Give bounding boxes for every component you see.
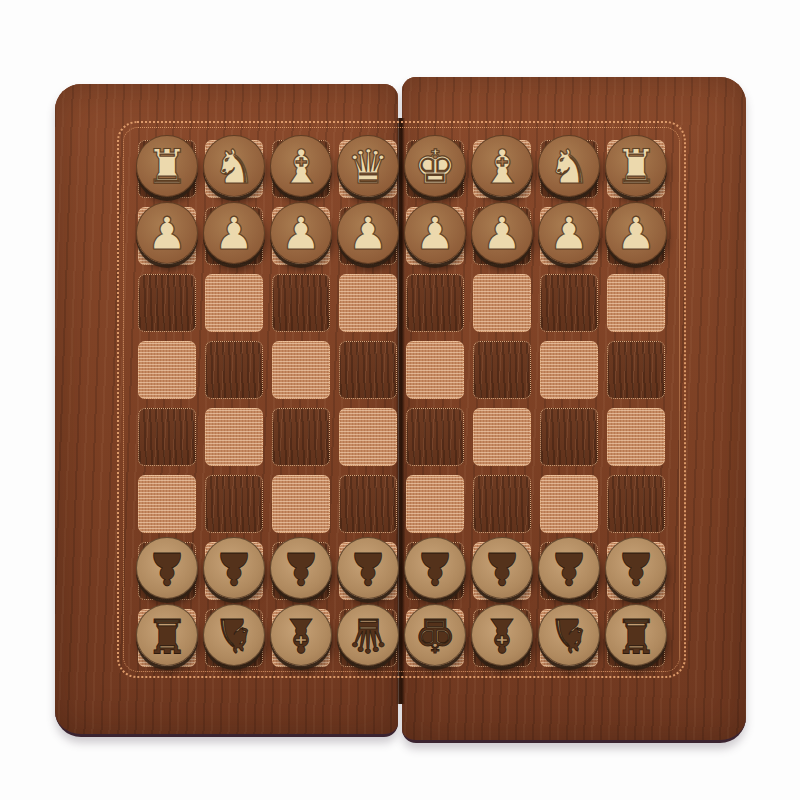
square-d3[interactable] <box>339 274 397 332</box>
black-pawn-disc[interactable]: ♟ <box>404 537 466 599</box>
pawn-icon: ♟ <box>214 210 254 255</box>
square-g6[interactable] <box>540 475 598 533</box>
square-h3[interactable] <box>607 274 665 332</box>
white-pawn-disc[interactable]: ♟ <box>538 202 600 264</box>
knight-icon: ♞ <box>548 142 590 189</box>
square-f1[interactable]: ♝ <box>473 140 531 198</box>
square-d7[interactable]: ♟ <box>339 542 397 600</box>
black-bishop-disc[interactable]: ♝ <box>471 604 533 666</box>
square-f2[interactable]: ♟ <box>473 207 531 265</box>
pawn-icon: ♟ <box>482 210 522 255</box>
square-g7[interactable]: ♟ <box>540 542 598 600</box>
square-h5[interactable] <box>607 408 665 466</box>
square-f6[interactable] <box>473 475 531 533</box>
bishop-icon: ♝ <box>481 142 523 189</box>
pawn-icon: ♟ <box>415 210 455 255</box>
square-d8[interactable]: ♛ <box>339 609 397 667</box>
square-e1[interactable]: ♚ <box>406 140 464 198</box>
square-h6[interactable] <box>607 475 665 533</box>
black-pawn-disc[interactable]: ♟ <box>337 537 399 599</box>
white-bishop-disc[interactable]: ♝ <box>270 135 332 197</box>
black-pawn-disc[interactable]: ♟ <box>538 537 600 599</box>
chess-grid: ♜♞♝♛♚♝♞♜♟♟♟♟♟♟♟♟♟♟♟♟♟♟♟♟♜♞♝♛♚♝♞♜ <box>138 140 665 667</box>
square-h2[interactable]: ♟ <box>607 207 665 265</box>
black-rook-disc[interactable]: ♜ <box>136 604 198 666</box>
king-icon: ♚ <box>414 142 456 189</box>
square-b1[interactable]: ♞ <box>205 140 263 198</box>
square-a5[interactable] <box>138 408 196 466</box>
pawn-icon: ♟ <box>147 545 187 590</box>
black-bishop-disc[interactable]: ♝ <box>270 604 332 666</box>
square-g3[interactable] <box>540 274 598 332</box>
square-e5[interactable] <box>406 408 464 466</box>
square-h7[interactable]: ♟ <box>607 542 665 600</box>
pawn-icon: ♟ <box>281 210 321 255</box>
square-f5[interactable] <box>473 408 531 466</box>
white-pawn-disc[interactable]: ♟ <box>203 202 265 264</box>
pawn-icon: ♟ <box>616 545 656 590</box>
square-a6[interactable] <box>138 475 196 533</box>
square-c5[interactable] <box>272 408 330 466</box>
white-knight-disc[interactable]: ♞ <box>538 135 600 197</box>
rook-icon: ♜ <box>615 611 657 658</box>
white-knight-disc[interactable]: ♞ <box>203 135 265 197</box>
square-a1[interactable]: ♜ <box>138 140 196 198</box>
queen-icon: ♛ <box>347 142 389 189</box>
square-e2[interactable]: ♟ <box>406 207 464 265</box>
rook-icon: ♜ <box>146 142 188 189</box>
square-b7[interactable]: ♟ <box>205 542 263 600</box>
square-d6[interactable] <box>339 475 397 533</box>
square-g4[interactable] <box>540 341 598 399</box>
square-a2[interactable]: ♟ <box>138 207 196 265</box>
square-f3[interactable] <box>473 274 531 332</box>
product-photo-scene: ♜♞♝♛♚♝♞♜♟♟♟♟♟♟♟♟♟♟♟♟♟♟♟♟♜♞♝♛♚♝♞♜ <box>0 0 800 800</box>
square-g8[interactable]: ♞ <box>540 609 598 667</box>
square-d2[interactable]: ♟ <box>339 207 397 265</box>
black-pawn-disc[interactable]: ♟ <box>471 537 533 599</box>
square-a7[interactable]: ♟ <box>138 542 196 600</box>
square-f7[interactable]: ♟ <box>473 542 531 600</box>
rook-icon: ♜ <box>615 142 657 189</box>
square-b2[interactable]: ♟ <box>205 207 263 265</box>
pawn-icon: ♟ <box>415 545 455 590</box>
square-h8[interactable]: ♜ <box>607 609 665 667</box>
square-f8[interactable]: ♝ <box>473 609 531 667</box>
square-b4[interactable] <box>205 341 263 399</box>
pawn-icon: ♟ <box>616 210 656 255</box>
white-pawn-disc[interactable]: ♟ <box>404 202 466 264</box>
black-pawn-disc[interactable]: ♟ <box>136 537 198 599</box>
square-f4[interactable] <box>473 341 531 399</box>
white-pawn-disc[interactable]: ♟ <box>605 202 667 264</box>
square-e4[interactable] <box>406 341 464 399</box>
white-pawn-disc[interactable]: ♟ <box>270 202 332 264</box>
square-c7[interactable]: ♟ <box>272 542 330 600</box>
white-rook-disc[interactable]: ♜ <box>136 135 198 197</box>
knight-icon: ♞ <box>548 611 590 658</box>
bishop-icon: ♝ <box>280 142 322 189</box>
square-a4[interactable] <box>138 341 196 399</box>
square-g2[interactable]: ♟ <box>540 207 598 265</box>
white-pawn-disc[interactable]: ♟ <box>471 202 533 264</box>
pawn-icon: ♟ <box>348 545 388 590</box>
square-g1[interactable]: ♞ <box>540 140 598 198</box>
white-pawn-disc[interactable]: ♟ <box>337 202 399 264</box>
square-d5[interactable] <box>339 408 397 466</box>
pawn-icon: ♟ <box>549 210 589 255</box>
rook-icon: ♜ <box>146 611 188 658</box>
square-g5[interactable] <box>540 408 598 466</box>
square-c8[interactable]: ♝ <box>272 609 330 667</box>
pawn-icon: ♟ <box>147 210 187 255</box>
white-king-disc[interactable]: ♚ <box>404 135 466 197</box>
white-queen-disc[interactable]: ♛ <box>337 135 399 197</box>
square-c3[interactable] <box>272 274 330 332</box>
pawn-icon: ♟ <box>348 210 388 255</box>
pawn-icon: ♟ <box>214 545 254 590</box>
bishop-icon: ♝ <box>280 611 322 658</box>
white-rook-disc[interactable]: ♜ <box>605 135 667 197</box>
pawn-icon: ♟ <box>482 545 522 590</box>
square-a8[interactable]: ♜ <box>138 609 196 667</box>
knight-icon: ♞ <box>213 142 255 189</box>
king-icon: ♚ <box>414 611 456 658</box>
square-a3[interactable] <box>138 274 196 332</box>
square-e7[interactable]: ♟ <box>406 542 464 600</box>
queen-icon: ♛ <box>347 611 389 658</box>
square-b8[interactable]: ♞ <box>205 609 263 667</box>
square-b6[interactable] <box>205 475 263 533</box>
square-h1[interactable]: ♜ <box>607 140 665 198</box>
square-c2[interactable]: ♟ <box>272 207 330 265</box>
black-knight-disc[interactable]: ♞ <box>538 604 600 666</box>
pawn-icon: ♟ <box>281 545 321 590</box>
square-e8[interactable]: ♚ <box>406 609 464 667</box>
black-king-disc[interactable]: ♚ <box>404 604 466 666</box>
square-e3[interactable] <box>406 274 464 332</box>
square-c4[interactable] <box>272 341 330 399</box>
black-pawn-disc[interactable]: ♟ <box>270 537 332 599</box>
square-b5[interactable] <box>205 408 263 466</box>
square-c6[interactable] <box>272 475 330 533</box>
pawn-icon: ♟ <box>549 545 589 590</box>
black-queen-disc[interactable]: ♛ <box>337 604 399 666</box>
square-b3[interactable] <box>205 274 263 332</box>
knight-icon: ♞ <box>213 611 255 658</box>
black-pawn-disc[interactable]: ♟ <box>203 537 265 599</box>
white-bishop-disc[interactable]: ♝ <box>471 135 533 197</box>
bishop-icon: ♝ <box>481 611 523 658</box>
black-pawn-disc[interactable]: ♟ <box>605 537 667 599</box>
square-d4[interactable] <box>339 341 397 399</box>
white-pawn-disc[interactable]: ♟ <box>136 202 198 264</box>
square-e6[interactable] <box>406 475 464 533</box>
square-c1[interactable]: ♝ <box>272 140 330 198</box>
black-knight-disc[interactable]: ♞ <box>203 604 265 666</box>
black-rook-disc[interactable]: ♜ <box>605 604 667 666</box>
square-h4[interactable] <box>607 341 665 399</box>
square-d1[interactable]: ♛ <box>339 140 397 198</box>
